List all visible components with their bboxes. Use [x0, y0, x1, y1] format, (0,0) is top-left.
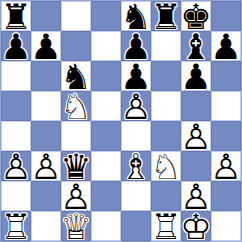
square-d3[interactable] [91, 151, 121, 181]
square-g6[interactable]: ♟ [181, 61, 211, 91]
square-b7[interactable]: ♟ [31, 31, 61, 61]
square-f7[interactable] [151, 31, 181, 61]
piece-white-knight: ♞♘ [60, 90, 91, 125]
piece-white-pawn: ♟♙ [0, 150, 31, 185]
square-d5[interactable] [91, 91, 121, 121]
square-c5[interactable]: ♞♘ [61, 91, 91, 121]
square-a7[interactable]: ♟ [1, 31, 31, 61]
piece-white-pawn: ♟♙ [30, 150, 61, 185]
square-d8[interactable] [91, 1, 121, 31]
square-a1[interactable]: ♜♖ [1, 211, 31, 241]
piece-black-rook: ♜ [150, 0, 181, 35]
square-f3[interactable]: ♞♘ [151, 151, 181, 181]
white-piece-outline-layer: ♗ [120, 150, 151, 185]
piece-black-pawn: ♟ [0, 30, 31, 65]
piece-white-bishop: ♝♗ [120, 150, 151, 185]
piece-white-queen: ♛♕ [60, 210, 91, 242]
white-piece-outline-layer: ♔ [180, 210, 211, 242]
white-piece-outline-layer: ♘ [60, 90, 91, 125]
piece-black-pawn: ♟ [180, 60, 211, 95]
square-b3[interactable]: ♟♙ [31, 151, 61, 181]
white-piece-outline-layer: ♖ [150, 210, 181, 242]
square-f5[interactable] [151, 91, 181, 121]
square-d1[interactable] [91, 211, 121, 241]
square-e1[interactable] [121, 211, 151, 241]
white-piece-outline-layer: ♘ [150, 150, 181, 185]
square-a5[interactable] [1, 91, 31, 121]
piece-white-pawn: ♟♙ [180, 120, 211, 155]
piece-white-knight: ♞♘ [150, 150, 181, 185]
square-a3[interactable]: ♟♙ [1, 151, 31, 181]
square-h5[interactable] [211, 91, 241, 121]
piece-black-pawn: ♟ [210, 30, 241, 65]
white-piece-outline-layer: ♙ [120, 90, 151, 125]
square-d2[interactable] [91, 181, 121, 211]
square-h2[interactable] [211, 181, 241, 211]
square-d4[interactable] [91, 121, 121, 151]
square-b5[interactable] [31, 91, 61, 121]
square-b2[interactable] [31, 181, 61, 211]
square-f6[interactable] [151, 61, 181, 91]
square-h1[interactable] [211, 211, 241, 241]
piece-white-rook: ♜♖ [150, 210, 181, 242]
square-h3[interactable]: ♟♙ [211, 151, 241, 181]
square-f1[interactable]: ♜♖ [151, 211, 181, 241]
square-d6[interactable] [91, 61, 121, 91]
piece-black-pawn: ♟ [30, 30, 61, 65]
piece-white-pawn: ♟♙ [120, 90, 151, 125]
square-c1[interactable]: ♛♕ [61, 211, 91, 241]
white-piece-outline-layer: ♙ [180, 120, 211, 155]
square-b1[interactable] [31, 211, 61, 241]
square-e5[interactable]: ♟♙ [121, 91, 151, 121]
piece-white-pawn: ♟♙ [210, 150, 241, 185]
square-e2[interactable] [121, 181, 151, 211]
white-piece-outline-layer: ♙ [210, 150, 241, 185]
square-f8[interactable]: ♜ [151, 1, 181, 31]
white-piece-outline-layer: ♕ [60, 210, 91, 242]
square-h7[interactable]: ♟ [211, 31, 241, 61]
square-b6[interactable] [31, 61, 61, 91]
white-piece-outline-layer: ♙ [0, 150, 31, 185]
piece-white-rook: ♜♖ [0, 210, 31, 242]
square-c8[interactable] [61, 1, 91, 31]
square-a6[interactable] [1, 61, 31, 91]
piece-white-king: ♚♔ [180, 210, 211, 242]
white-piece-outline-layer: ♙ [30, 150, 61, 185]
square-d7[interactable] [91, 31, 121, 61]
square-e3[interactable]: ♝♗ [121, 151, 151, 181]
square-g1[interactable]: ♚♔ [181, 211, 211, 241]
square-g4[interactable]: ♟♙ [181, 121, 211, 151]
chess-board: ♜♞♜♚♟♟♟♝♟♞♟♟♞♘♟♙♟♙♟♙♟♙♛♝♗♞♘♟♙♟♙♟♙♜♖♛♕♜♖♚… [0, 0, 242, 242]
square-h6[interactable] [211, 61, 241, 91]
white-piece-outline-layer: ♖ [0, 210, 31, 242]
